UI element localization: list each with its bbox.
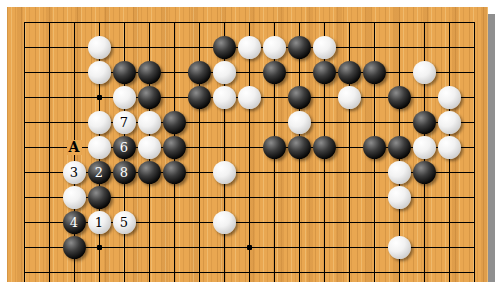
intersection-8-10[interactable] (212, 260, 237, 282)
intersection-6-0[interactable] (162, 10, 187, 35)
intersection-10-9[interactable] (262, 235, 287, 260)
intersection-9-9[interactable] (237, 235, 262, 260)
black-stone (163, 136, 186, 159)
white-stone (388, 186, 411, 209)
intersection-1-8[interactable] (37, 210, 62, 235)
white-stone (88, 36, 111, 59)
intersection-7-3[interactable] (187, 85, 212, 110)
intersection-12-5[interactable] (312, 135, 337, 160)
intersection-17-8[interactable] (437, 210, 462, 235)
white-stone (138, 111, 161, 134)
intersection-10-4[interactable] (262, 110, 287, 135)
intersection-2-0[interactable] (62, 10, 87, 35)
intersection-9-4[interactable] (237, 110, 262, 135)
intersection-17-10[interactable] (437, 260, 462, 282)
white-stone (263, 36, 286, 59)
intersection-3-3[interactable] (87, 85, 112, 110)
intersection-8-6[interactable] (212, 160, 237, 185)
intersection-11-6[interactable] (287, 160, 312, 185)
move-number-label: 2 (95, 166, 103, 179)
intersection-10-2[interactable] (262, 60, 287, 85)
intersection-18-3[interactable] (462, 85, 487, 110)
intersection-7-4[interactable] (187, 110, 212, 135)
intersection-11-7[interactable] (287, 185, 312, 210)
white-stone (338, 86, 361, 109)
intersection-1-5[interactable] (37, 135, 62, 160)
intersection-7-7[interactable] (187, 185, 212, 210)
intersection-8-7[interactable] (212, 185, 237, 210)
intersection-2-5[interactable]: A (62, 135, 87, 160)
intersection-18-4[interactable] (462, 110, 487, 135)
intersection-12-8[interactable] (312, 210, 337, 235)
intersection-4-3[interactable] (112, 85, 137, 110)
intersection-3-4[interactable] (87, 110, 112, 135)
black-stone (413, 161, 436, 184)
intersection-1-3[interactable] (37, 85, 62, 110)
intersection-8-1[interactable] (212, 35, 237, 60)
intersection-4-7[interactable] (112, 185, 137, 210)
intersection-0-6[interactable] (12, 160, 37, 185)
black-stone (288, 86, 311, 109)
intersection-12-10[interactable] (312, 260, 337, 282)
intersection-4-4[interactable]: 7 (112, 110, 137, 135)
black-stone (338, 61, 361, 84)
intersection-13-5[interactable] (337, 135, 362, 160)
intersection-18-0[interactable] (462, 10, 487, 35)
intersection-5-8[interactable] (137, 210, 162, 235)
white-stone (88, 111, 111, 134)
black-stone (388, 136, 411, 159)
intersection-11-1[interactable] (287, 35, 312, 60)
white-stone (288, 111, 311, 134)
black-stone (188, 61, 211, 84)
intersection-1-0[interactable] (37, 10, 62, 35)
intersection-11-2[interactable] (287, 60, 312, 85)
white-stone (388, 236, 411, 259)
intersection-11-3[interactable] (287, 85, 312, 110)
intersection-9-1[interactable] (237, 35, 262, 60)
black-stone (113, 61, 136, 84)
black-stone (313, 61, 336, 84)
move-number-label: 7 (120, 116, 128, 129)
white-stone (438, 111, 461, 134)
black-stone (213, 36, 236, 59)
white-stone (213, 86, 236, 109)
intersection-16-7[interactable] (412, 185, 437, 210)
label-A: A (62, 135, 87, 160)
intersection-15-9[interactable] (387, 235, 412, 260)
intersection-14-10[interactable] (362, 260, 387, 282)
intersection-8-2[interactable] (212, 60, 237, 85)
intersection-18-8[interactable] (462, 210, 487, 235)
intersection-9-5[interactable] (237, 135, 262, 160)
intersection-13-2[interactable] (337, 60, 362, 85)
intersection-4-1[interactable] (112, 35, 137, 60)
intersection-7-1[interactable] (187, 35, 212, 60)
black-stone (413, 111, 436, 134)
intersection-5-9[interactable] (137, 235, 162, 260)
intersection-6-7[interactable] (162, 185, 187, 210)
white-stone (413, 61, 436, 84)
intersection-4-2[interactable] (112, 60, 137, 85)
intersection-12-3[interactable] (312, 85, 337, 110)
white-stone (238, 86, 261, 109)
intersection-12-7[interactable] (312, 185, 337, 210)
white-stone (238, 36, 261, 59)
intersection-7-9[interactable] (187, 235, 212, 260)
intersection-16-3[interactable] (412, 85, 437, 110)
intersection-14-1[interactable] (362, 35, 387, 60)
black-stone (163, 111, 186, 134)
intersection-13-10[interactable] (337, 260, 362, 282)
intersection-0-1[interactable] (12, 35, 37, 60)
intersection-3-6[interactable]: 2 (87, 160, 112, 185)
intersection-7-5[interactable] (187, 135, 212, 160)
intersection-5-7[interactable] (137, 185, 162, 210)
black-stone (163, 161, 186, 184)
intersection-8-5[interactable] (212, 135, 237, 160)
intersection-4-6[interactable]: 8 (112, 160, 137, 185)
intersection-9-6[interactable] (237, 160, 262, 185)
intersection-11-5[interactable] (287, 135, 312, 160)
intersection-6-3[interactable] (162, 85, 187, 110)
intersection-1-4[interactable] (37, 110, 62, 135)
white-stone: 1 (88, 211, 111, 234)
intersection-11-8[interactable] (287, 210, 312, 235)
white-stone: 7 (113, 111, 136, 134)
intersection-11-0[interactable] (287, 10, 312, 35)
intersection-13-8[interactable] (337, 210, 362, 235)
intersection-2-9[interactable] (62, 235, 87, 260)
black-stone (363, 61, 386, 84)
intersection-3-2[interactable] (87, 60, 112, 85)
black-stone (138, 61, 161, 84)
intersection-15-2[interactable] (387, 60, 412, 85)
intersection-1-6[interactable] (37, 160, 62, 185)
intersection-7-0[interactable] (187, 10, 212, 35)
intersection-12-9[interactable] (312, 235, 337, 260)
intersection-15-5[interactable] (387, 135, 412, 160)
intersection-8-9[interactable] (212, 235, 237, 260)
intersection-1-1[interactable] (37, 35, 62, 60)
black-stone (388, 86, 411, 109)
intersection-9-10[interactable] (237, 260, 262, 282)
intersection-10-7[interactable] (262, 185, 287, 210)
black-stone (263, 136, 286, 159)
intersection-5-6[interactable] (137, 160, 162, 185)
intersection-15-8[interactable] (387, 210, 412, 235)
intersection-17-3[interactable] (437, 85, 462, 110)
black-stone (363, 136, 386, 159)
intersection-12-0[interactable] (312, 10, 337, 35)
intersection-9-0[interactable] (237, 10, 262, 35)
intersection-13-3[interactable] (337, 85, 362, 110)
intersection-17-5[interactable] (437, 135, 462, 160)
intersection-0-3[interactable] (12, 85, 37, 110)
star-point (97, 245, 102, 250)
intersection-0-9[interactable] (12, 235, 37, 260)
white-stone (213, 61, 236, 84)
intersection-5-5[interactable] (137, 135, 162, 160)
board-grid[interactable]: 7A6328415 (12, 10, 487, 282)
intersection-14-7[interactable] (362, 185, 387, 210)
white-stone (413, 136, 436, 159)
intersection-3-8[interactable]: 1 (87, 210, 112, 235)
intersection-1-7[interactable] (37, 185, 62, 210)
intersection-15-3[interactable] (387, 85, 412, 110)
intersection-1-10[interactable] (37, 260, 62, 282)
intersection-6-1[interactable] (162, 35, 187, 60)
intersection-16-10[interactable] (412, 260, 437, 282)
intersection-6-2[interactable] (162, 60, 187, 85)
intersection-14-4[interactable] (362, 110, 387, 135)
intersection-2-7[interactable] (62, 185, 87, 210)
intersection-7-2[interactable] (187, 60, 212, 85)
intersection-18-10[interactable] (462, 260, 487, 282)
intersection-5-4[interactable] (137, 110, 162, 135)
intersection-14-3[interactable] (362, 85, 387, 110)
intersection-18-1[interactable] (462, 35, 487, 60)
intersection-14-5[interactable] (362, 135, 387, 160)
intersection-2-6[interactable]: 3 (62, 160, 87, 185)
intersection-8-0[interactable] (212, 10, 237, 35)
white-stone (88, 61, 111, 84)
move-number-label: 6 (120, 141, 128, 154)
intersection-14-6[interactable] (362, 160, 387, 185)
intersection-5-3[interactable] (137, 85, 162, 110)
black-stone (88, 186, 111, 209)
intersection-18-6[interactable] (462, 160, 487, 185)
move-number-label: 1 (95, 216, 103, 229)
intersection-9-7[interactable] (237, 185, 262, 210)
intersection-10-0[interactable] (262, 10, 287, 35)
star-point (97, 95, 102, 100)
black-stone: 6 (113, 136, 136, 159)
intersection-0-4[interactable] (12, 110, 37, 135)
intersection-5-10[interactable] (137, 260, 162, 282)
black-stone: 2 (88, 161, 111, 184)
intersection-10-1[interactable] (262, 35, 287, 60)
intersection-12-6[interactable] (312, 160, 337, 185)
black-stone (288, 136, 311, 159)
intersection-4-0[interactable] (112, 10, 137, 35)
intersection-13-4[interactable] (337, 110, 362, 135)
intersection-0-10[interactable] (12, 260, 37, 282)
intersection-14-9[interactable] (362, 235, 387, 260)
intersection-10-3[interactable] (262, 85, 287, 110)
move-number-label: 5 (120, 216, 128, 229)
intersection-7-6[interactable] (187, 160, 212, 185)
intersection-15-0[interactable] (387, 10, 412, 35)
intersection-10-5[interactable] (262, 135, 287, 160)
black-stone (288, 36, 311, 59)
intersection-15-4[interactable] (387, 110, 412, 135)
intersection-7-8[interactable] (187, 210, 212, 235)
intersection-16-5[interactable] (412, 135, 437, 160)
intersection-17-2[interactable] (437, 60, 462, 85)
intersection-0-7[interactable] (12, 185, 37, 210)
white-stone (138, 136, 161, 159)
intersection-9-8[interactable] (237, 210, 262, 235)
intersection-17-4[interactable] (437, 110, 462, 135)
intersection-13-7[interactable] (337, 185, 362, 210)
white-stone: 3 (63, 161, 86, 184)
intersection-3-1[interactable] (87, 35, 112, 60)
intersection-4-9[interactable] (112, 235, 137, 260)
intersection-3-7[interactable] (87, 185, 112, 210)
intersection-10-10[interactable] (262, 260, 287, 282)
intersection-4-5[interactable]: 6 (112, 135, 137, 160)
star-point (247, 245, 252, 250)
intersection-18-2[interactable] (462, 60, 487, 85)
intersection-5-0[interactable] (137, 10, 162, 35)
intersection-8-4[interactable] (212, 110, 237, 135)
intersection-6-6[interactable] (162, 160, 187, 185)
intersection-15-7[interactable] (387, 185, 412, 210)
intersection-2-4[interactable] (62, 110, 87, 135)
move-number-label: 8 (120, 166, 128, 179)
intersection-16-2[interactable] (412, 60, 437, 85)
intersection-0-5[interactable] (12, 135, 37, 160)
intersection-10-6[interactable] (262, 160, 287, 185)
white-stone (213, 211, 236, 234)
black-stone: 4 (63, 211, 86, 234)
white-stone (88, 136, 111, 159)
intersection-16-8[interactable] (412, 210, 437, 235)
white-stone (313, 36, 336, 59)
intersection-0-2[interactable] (12, 60, 37, 85)
intersection-0-0[interactable] (12, 10, 37, 35)
intersection-16-9[interactable] (412, 235, 437, 260)
intersection-6-4[interactable] (162, 110, 187, 135)
intersection-6-8[interactable] (162, 210, 187, 235)
intersection-16-4[interactable] (412, 110, 437, 135)
intersection-6-10[interactable] (162, 260, 187, 282)
intersection-16-1[interactable] (412, 35, 437, 60)
intersection-10-8[interactable] (262, 210, 287, 235)
intersection-13-9[interactable] (337, 235, 362, 260)
black-stone (138, 86, 161, 109)
black-stone (188, 86, 211, 109)
intersection-18-7[interactable] (462, 185, 487, 210)
go-diagram: 7A6328415 (0, 0, 500, 282)
intersection-2-3[interactable] (62, 85, 87, 110)
intersection-4-8[interactable]: 5 (112, 210, 137, 235)
intersection-8-8[interactable] (212, 210, 237, 235)
intersection-16-6[interactable] (412, 160, 437, 185)
intersection-17-9[interactable] (437, 235, 462, 260)
intersection-1-9[interactable] (37, 235, 62, 260)
intersection-17-1[interactable] (437, 35, 462, 60)
intersection-1-2[interactable] (37, 60, 62, 85)
intersection-2-1[interactable] (62, 35, 87, 60)
intersection-11-9[interactable] (287, 235, 312, 260)
intersection-14-0[interactable] (362, 10, 387, 35)
intersection-7-10[interactable] (187, 260, 212, 282)
intersection-13-0[interactable] (337, 10, 362, 35)
move-number-label: 4 (70, 216, 78, 229)
intersection-9-3[interactable] (237, 85, 262, 110)
white-stone (438, 136, 461, 159)
intersection-11-4[interactable] (287, 110, 312, 135)
intersection-3-10[interactable] (87, 260, 112, 282)
intersection-3-0[interactable] (87, 10, 112, 35)
intersection-2-2[interactable] (62, 60, 87, 85)
intersection-6-5[interactable] (162, 135, 187, 160)
intersection-15-1[interactable] (387, 35, 412, 60)
intersection-12-1[interactable] (312, 35, 337, 60)
intersection-18-5[interactable] (462, 135, 487, 160)
intersection-11-10[interactable] (287, 260, 312, 282)
intersection-17-7[interactable] (437, 185, 462, 210)
intersection-16-0[interactable] (412, 10, 437, 35)
intersection-13-1[interactable] (337, 35, 362, 60)
intersection-17-0[interactable] (437, 10, 462, 35)
white-stone (213, 161, 236, 184)
white-stone: 5 (113, 211, 136, 234)
intersection-9-2[interactable] (237, 60, 262, 85)
intersection-13-6[interactable] (337, 160, 362, 185)
black-stone: 8 (113, 161, 136, 184)
intersection-5-1[interactable] (137, 35, 162, 60)
intersection-15-6[interactable] (387, 160, 412, 185)
white-stone (113, 86, 136, 109)
intersection-3-9[interactable] (87, 235, 112, 260)
black-stone (263, 61, 286, 84)
intersection-5-2[interactable] (137, 60, 162, 85)
black-stone (138, 161, 161, 184)
intersection-2-8[interactable]: 4 (62, 210, 87, 235)
intersection-8-3[interactable] (212, 85, 237, 110)
intersection-0-8[interactable] (12, 210, 37, 235)
intersection-12-4[interactable] (312, 110, 337, 135)
black-stone (63, 236, 86, 259)
intersection-14-8[interactable] (362, 210, 387, 235)
intersection-14-2[interactable] (362, 60, 387, 85)
intersection-3-5[interactable] (87, 135, 112, 160)
intersection-17-6[interactable] (437, 160, 462, 185)
intersection-2-10[interactable] (62, 260, 87, 282)
intersection-12-2[interactable] (312, 60, 337, 85)
white-stone (388, 161, 411, 184)
intersection-18-9[interactable] (462, 235, 487, 260)
move-number-label: 3 (70, 166, 78, 179)
white-stone (438, 86, 461, 109)
black-stone (313, 136, 336, 159)
intersection-6-9[interactable] (162, 235, 187, 260)
white-stone (63, 186, 86, 209)
intersection-4-10[interactable] (112, 260, 137, 282)
intersection-15-10[interactable] (387, 260, 412, 282)
